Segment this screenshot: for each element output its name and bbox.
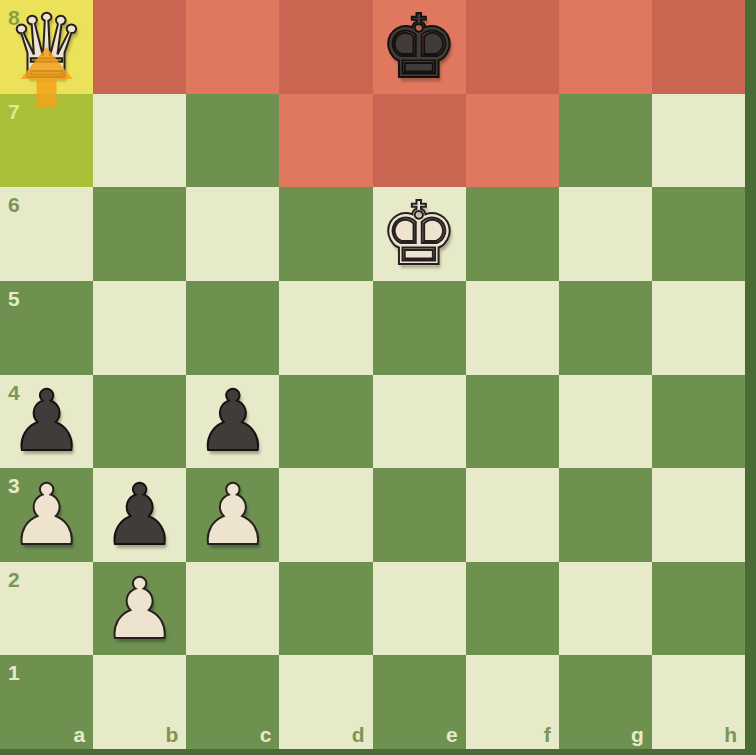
square-f3[interactable]: [466, 468, 559, 562]
square-c7[interactable]: [186, 94, 279, 188]
square-g1[interactable]: g: [559, 655, 652, 749]
square-g4[interactable]: [559, 375, 652, 469]
chess-board: 8♛♚76♚54♟♟3♟♟♟2♟1abcdefgh: [0, 0, 745, 749]
square-e7[interactable]: [373, 94, 466, 188]
square-a4[interactable]: 4♟: [0, 375, 93, 469]
square-b3[interactable]: ♟: [93, 468, 186, 562]
square-a6[interactable]: 6: [0, 187, 93, 281]
square-b8[interactable]: [93, 0, 186, 94]
square-h8[interactable]: [652, 0, 745, 94]
square-b4[interactable]: [93, 375, 186, 469]
square-e5[interactable]: [373, 281, 466, 375]
square-d1[interactable]: d: [279, 655, 372, 749]
square-c1[interactable]: c: [186, 655, 279, 749]
square-f8[interactable]: [466, 0, 559, 94]
square-c3[interactable]: ♟: [186, 468, 279, 562]
square-c8[interactable]: [186, 0, 279, 94]
square-a7[interactable]: 7: [0, 94, 93, 188]
square-e2[interactable]: [373, 562, 466, 656]
piece-black-king-e8[interactable]: ♚: [373, 0, 466, 94]
square-b2[interactable]: ♟: [93, 562, 186, 656]
square-d4[interactable]: [279, 375, 372, 469]
file-label-d: d: [352, 724, 365, 745]
square-g7[interactable]: [559, 94, 652, 188]
square-h2[interactable]: [652, 562, 745, 656]
piece-black-pawn-b3[interactable]: ♟: [93, 468, 186, 562]
piece-black-pawn-a4[interactable]: ♟: [0, 375, 93, 469]
square-h5[interactable]: [652, 281, 745, 375]
square-e6[interactable]: ♚: [373, 187, 466, 281]
square-h1[interactable]: h: [652, 655, 745, 749]
square-d8[interactable]: [279, 0, 372, 94]
square-b7[interactable]: [93, 94, 186, 188]
square-f6[interactable]: [466, 187, 559, 281]
square-a1[interactable]: 1a: [0, 655, 93, 749]
square-c2[interactable]: [186, 562, 279, 656]
square-g6[interactable]: [559, 187, 652, 281]
square-d2[interactable]: [279, 562, 372, 656]
file-label-f: f: [544, 724, 551, 745]
square-a3[interactable]: 3♟: [0, 468, 93, 562]
file-label-b: b: [165, 724, 178, 745]
square-e8[interactable]: ♚: [373, 0, 466, 94]
square-f1[interactable]: f: [466, 655, 559, 749]
square-c6[interactable]: [186, 187, 279, 281]
file-label-e: e: [446, 724, 458, 745]
square-g2[interactable]: [559, 562, 652, 656]
square-f4[interactable]: [466, 375, 559, 469]
rank-label-2: 2: [8, 569, 20, 590]
square-f5[interactable]: [466, 281, 559, 375]
piece-black-pawn-c4[interactable]: ♟: [186, 375, 279, 469]
square-d7[interactable]: [279, 94, 372, 188]
rank-label-7: 7: [8, 101, 20, 122]
square-d3[interactable]: [279, 468, 372, 562]
square-a5[interactable]: 5: [0, 281, 93, 375]
chess-app-stage: 8♛♚76♚54♟♟3♟♟♟2♟1abcdefgh: [0, 0, 756, 755]
square-h7[interactable]: [652, 94, 745, 188]
square-b1[interactable]: b: [93, 655, 186, 749]
square-d6[interactable]: [279, 187, 372, 281]
square-c4[interactable]: ♟: [186, 375, 279, 469]
rank-label-1: 1: [8, 662, 20, 683]
piece-white-pawn-a3[interactable]: ♟: [0, 468, 93, 562]
square-h6[interactable]: [652, 187, 745, 281]
square-h4[interactable]: [652, 375, 745, 469]
square-c5[interactable]: [186, 281, 279, 375]
square-b5[interactable]: [93, 281, 186, 375]
rank-label-5: 5: [8, 288, 20, 309]
piece-white-pawn-c3[interactable]: ♟: [186, 468, 279, 562]
square-b6[interactable]: [93, 187, 186, 281]
square-g3[interactable]: [559, 468, 652, 562]
square-a8[interactable]: 8♛: [0, 0, 93, 94]
square-f2[interactable]: [466, 562, 559, 656]
file-label-c: c: [260, 724, 272, 745]
square-a2[interactable]: 2: [0, 562, 93, 656]
square-e4[interactable]: [373, 375, 466, 469]
file-label-a: a: [73, 724, 85, 745]
piece-white-pawn-b2[interactable]: ♟: [93, 562, 186, 656]
square-f7[interactable]: [466, 94, 559, 188]
rank-label-6: 6: [8, 194, 20, 215]
square-g5[interactable]: [559, 281, 652, 375]
square-e3[interactable]: [373, 468, 466, 562]
file-label-h: h: [724, 724, 737, 745]
file-label-g: g: [631, 724, 644, 745]
square-d5[interactable]: [279, 281, 372, 375]
piece-white-queen-a8[interactable]: ♛: [0, 0, 93, 94]
square-g8[interactable]: [559, 0, 652, 94]
square-e1[interactable]: e: [373, 655, 466, 749]
square-h3[interactable]: [652, 468, 745, 562]
piece-white-king-e6[interactable]: ♚: [373, 187, 466, 281]
